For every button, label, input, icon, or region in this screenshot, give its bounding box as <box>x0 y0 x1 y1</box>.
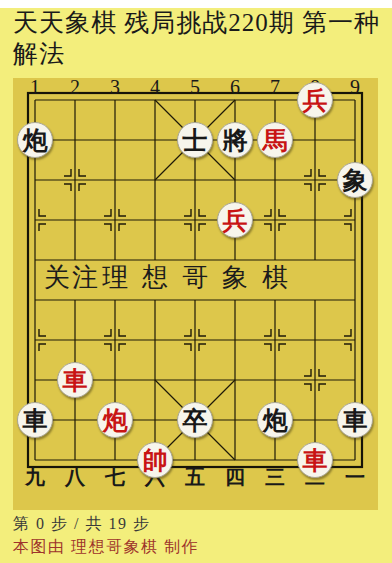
piece-black-general[interactable]: 將 <box>217 122 253 158</box>
xiangqi-board: 123456789 关注 理想哥象棋 兵炮士將馬象兵車車炮卒炮車帥車 九八七六五… <box>13 78 378 510</box>
board-grid: 兵炮士將馬象兵車車炮卒炮車帥車 <box>15 80 375 480</box>
piece-black-cannon[interactable]: 炮 <box>257 402 293 438</box>
piece-black-cannon[interactable]: 炮 <box>17 122 53 158</box>
piece-black-chariot[interactable]: 車 <box>337 402 373 438</box>
piece-red-chariot[interactable]: 車 <box>297 442 333 478</box>
move-counter: 第 0 步 / 共 19 步 <box>13 514 150 534</box>
piece-red-pawn[interactable]: 兵 <box>217 202 253 238</box>
piece-black-elephant[interactable]: 象 <box>337 162 373 198</box>
piece-red-chariot[interactable]: 車 <box>57 362 93 398</box>
page-title: 天天象棋 残局挑战220期 第一种解法 <box>13 7 387 69</box>
piece-black-chariot[interactable]: 車 <box>17 402 53 438</box>
piece-red-cannon[interactable]: 炮 <box>97 402 133 438</box>
piece-black-advisor[interactable]: 士 <box>177 122 213 158</box>
app-window: 天天象棋 残局挑战220期 第一种解法 123456789 关注 理想哥象棋 兵… <box>0 0 392 563</box>
piece-red-general[interactable]: 帥 <box>137 442 173 478</box>
piece-red-pawn[interactable]: 兵 <box>297 82 333 118</box>
piece-red-horse[interactable]: 馬 <box>257 122 293 158</box>
piece-black-pawn[interactable]: 卒 <box>177 402 213 438</box>
credit-text: 本图由 理想哥象棋 制作 <box>13 537 199 557</box>
